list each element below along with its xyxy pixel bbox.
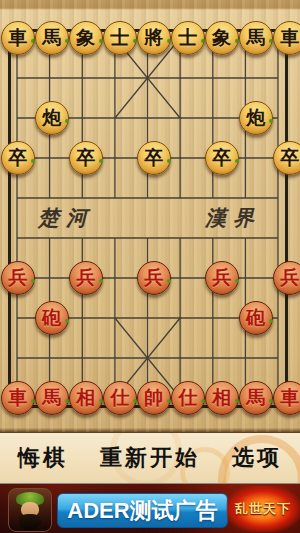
restart-button[interactable]: 重新开始 [100, 443, 200, 473]
ad-game-logo[interactable]: 乱世天下 [226, 486, 300, 532]
xiangqi-board[interactable]: 楚河 漢界 車馬象士將士象馬車炮炮卒卒卒卒卒兵兵兵兵兵砲砲車馬相仕帥仕相馬車 [0, 0, 300, 432]
warrior-beard-icon [19, 514, 41, 530]
toolbar: 悔棋 重新开始 选项 [0, 432, 300, 483]
piece-red-馬[interactable]: 馬 [239, 381, 273, 415]
piece-red-兵[interactable]: 兵 [137, 261, 171, 295]
piece-red-兵[interactable]: 兵 [1, 261, 35, 295]
piece-black-車[interactable]: 車 [1, 21, 35, 55]
piece-black-士[interactable]: 士 [103, 21, 137, 55]
piece-red-兵[interactable]: 兵 [205, 261, 239, 295]
pieces-layer: 車馬象士將士象馬車炮炮卒卒卒卒卒兵兵兵兵兵砲砲車馬相仕帥仕相馬車 [1, 18, 295, 418]
piece-red-砲[interactable]: 砲 [35, 301, 69, 335]
piece-black-炮[interactable]: 炮 [35, 101, 69, 135]
ad-cta-button[interactable]: ADER测试广告 [57, 493, 228, 528]
piece-red-仕[interactable]: 仕 [171, 381, 205, 415]
piece-red-仕[interactable]: 仕 [103, 381, 137, 415]
piece-red-帥[interactable]: 帥 [137, 381, 171, 415]
piece-black-卒[interactable]: 卒 [1, 141, 35, 175]
xiangqi-app: 楚河 漢界 車馬象士將士象馬車炮炮卒卒卒卒卒兵兵兵兵兵砲砲車馬相仕帥仕相馬車 悔… [0, 0, 300, 533]
piece-black-馬[interactable]: 馬 [35, 21, 69, 55]
undo-button[interactable]: 悔棋 [18, 443, 68, 473]
piece-black-士[interactable]: 士 [171, 21, 205, 55]
piece-red-相[interactable]: 相 [205, 381, 239, 415]
ad-banner[interactable]: ADER测试广告 乱世天下 [0, 483, 300, 533]
piece-red-兵[interactable]: 兵 [69, 261, 103, 295]
ad-game-logo-text: 乱世天下 [235, 500, 291, 518]
piece-black-馬[interactable]: 馬 [239, 21, 273, 55]
piece-black-象[interactable]: 象 [69, 21, 103, 55]
piece-black-卒[interactable]: 卒 [137, 141, 171, 175]
piece-black-將[interactable]: 將 [137, 21, 171, 55]
piece-red-相[interactable]: 相 [69, 381, 103, 415]
piece-red-兵[interactable]: 兵 [273, 261, 300, 295]
piece-red-車[interactable]: 車 [273, 381, 300, 415]
piece-black-炮[interactable]: 炮 [239, 101, 273, 135]
ad-app-icon[interactable] [8, 488, 52, 532]
piece-black-卒[interactable]: 卒 [273, 141, 300, 175]
piece-black-車[interactable]: 車 [273, 21, 300, 55]
piece-red-砲[interactable]: 砲 [239, 301, 273, 335]
piece-red-馬[interactable]: 馬 [35, 381, 69, 415]
piece-black-卒[interactable]: 卒 [205, 141, 239, 175]
piece-red-車[interactable]: 車 [1, 381, 35, 415]
piece-black-象[interactable]: 象 [205, 21, 239, 55]
piece-black-卒[interactable]: 卒 [69, 141, 103, 175]
options-button[interactable]: 选项 [232, 443, 282, 473]
